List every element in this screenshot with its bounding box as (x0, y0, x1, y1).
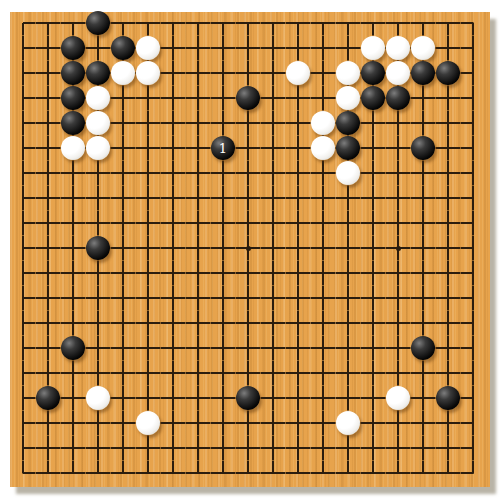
black-stone[interactable]: 1 (211, 136, 235, 160)
intersection[interactable] (11, 436, 36, 461)
intersection[interactable] (436, 286, 461, 311)
intersection[interactable] (236, 336, 261, 361)
intersection[interactable] (386, 211, 411, 236)
white-stone[interactable] (336, 411, 360, 435)
intersection[interactable] (261, 261, 286, 286)
intersection[interactable] (136, 111, 161, 136)
intersection[interactable] (11, 186, 36, 211)
intersection[interactable] (311, 11, 336, 36)
intersection[interactable] (436, 161, 461, 186)
intersection[interactable] (111, 286, 136, 311)
white-stone[interactable] (86, 136, 110, 160)
intersection[interactable] (136, 211, 161, 236)
white-stone[interactable] (336, 61, 360, 85)
white-stone[interactable] (411, 36, 435, 60)
intersection[interactable] (461, 186, 486, 211)
intersection[interactable] (136, 436, 161, 461)
intersection[interactable] (261, 186, 286, 211)
intersection[interactable] (411, 161, 436, 186)
intersection[interactable] (186, 186, 211, 211)
intersection[interactable] (336, 336, 361, 361)
intersection[interactable] (461, 461, 486, 486)
intersection[interactable] (111, 111, 136, 136)
white-stone[interactable] (336, 86, 360, 110)
intersection[interactable] (136, 261, 161, 286)
intersection[interactable] (36, 136, 61, 161)
black-stone[interactable] (336, 111, 360, 135)
intersection[interactable] (161, 261, 186, 286)
intersection[interactable] (11, 136, 36, 161)
intersection[interactable] (311, 386, 336, 411)
intersection[interactable] (386, 11, 411, 36)
intersection[interactable] (336, 461, 361, 486)
intersection[interactable] (386, 136, 411, 161)
intersection[interactable] (236, 436, 261, 461)
intersection[interactable] (336, 361, 361, 386)
intersection[interactable] (36, 286, 61, 311)
intersection[interactable] (286, 236, 311, 261)
white-stone[interactable] (386, 36, 410, 60)
intersection[interactable] (436, 386, 461, 411)
black-stone[interactable] (361, 61, 385, 85)
intersection[interactable] (361, 386, 386, 411)
intersection[interactable] (261, 161, 286, 186)
intersection[interactable] (461, 336, 486, 361)
intersection[interactable] (436, 411, 461, 436)
intersection[interactable] (86, 261, 111, 286)
black-stone[interactable] (36, 386, 60, 410)
intersection[interactable] (311, 111, 336, 136)
intersection[interactable] (461, 386, 486, 411)
intersection[interactable] (111, 436, 136, 461)
intersection[interactable] (61, 411, 86, 436)
intersection[interactable] (36, 461, 61, 486)
intersection[interactable] (111, 161, 136, 186)
intersection[interactable] (386, 386, 411, 411)
intersection[interactable] (436, 436, 461, 461)
intersection[interactable] (261, 361, 286, 386)
intersection[interactable] (436, 36, 461, 61)
intersection[interactable] (386, 436, 411, 461)
intersection[interactable] (11, 386, 36, 411)
intersection[interactable] (86, 311, 111, 336)
intersection[interactable] (211, 236, 236, 261)
intersection[interactable] (311, 36, 336, 61)
intersection[interactable] (236, 111, 261, 136)
intersection[interactable] (186, 236, 211, 261)
intersection[interactable] (211, 411, 236, 436)
intersection[interactable] (386, 261, 411, 286)
intersection[interactable] (386, 111, 411, 136)
intersection[interactable] (186, 136, 211, 161)
intersection[interactable] (436, 211, 461, 236)
intersection[interactable] (386, 311, 411, 336)
intersection[interactable] (186, 411, 211, 436)
intersection[interactable] (211, 161, 236, 186)
intersection[interactable] (386, 161, 411, 186)
intersection[interactable] (236, 361, 261, 386)
intersection[interactable] (336, 86, 361, 111)
intersection[interactable] (336, 61, 361, 86)
intersection[interactable] (186, 336, 211, 361)
intersection[interactable] (336, 211, 361, 236)
intersection[interactable] (86, 361, 111, 386)
intersection[interactable] (436, 236, 461, 261)
intersection[interactable] (136, 86, 161, 111)
intersection[interactable] (386, 336, 411, 361)
intersection[interactable] (186, 61, 211, 86)
intersection[interactable] (261, 86, 286, 111)
intersection[interactable] (61, 461, 86, 486)
intersection[interactable] (261, 286, 286, 311)
intersection[interactable] (61, 286, 86, 311)
intersection[interactable] (236, 386, 261, 411)
intersection[interactable] (186, 461, 211, 486)
intersection[interactable] (36, 386, 61, 411)
intersection[interactable] (36, 336, 61, 361)
intersection[interactable] (261, 236, 286, 261)
intersection[interactable] (311, 186, 336, 211)
intersection[interactable] (161, 336, 186, 361)
intersection[interactable] (286, 36, 311, 61)
intersection[interactable] (61, 11, 86, 36)
intersection[interactable] (86, 111, 111, 136)
intersection[interactable] (186, 386, 211, 411)
intersection[interactable] (161, 11, 186, 36)
intersection[interactable] (261, 136, 286, 161)
intersection[interactable] (286, 461, 311, 486)
intersection[interactable] (311, 361, 336, 386)
intersection[interactable] (111, 361, 136, 386)
intersection[interactable] (361, 336, 386, 361)
intersection[interactable] (411, 111, 436, 136)
intersection[interactable] (61, 86, 86, 111)
intersection[interactable] (436, 311, 461, 336)
white-stone[interactable] (336, 161, 360, 185)
intersection[interactable] (136, 286, 161, 311)
intersection[interactable] (211, 386, 236, 411)
intersection[interactable] (211, 336, 236, 361)
intersection[interactable] (361, 36, 386, 61)
intersection[interactable] (311, 411, 336, 436)
intersection[interactable] (86, 36, 111, 61)
intersection[interactable] (361, 211, 386, 236)
intersection[interactable] (36, 186, 61, 211)
intersection[interactable] (86, 86, 111, 111)
intersection[interactable] (411, 286, 436, 311)
intersection[interactable] (86, 286, 111, 311)
intersection[interactable] (86, 461, 111, 486)
intersection[interactable] (11, 86, 36, 111)
intersection[interactable] (311, 86, 336, 111)
white-stone[interactable] (61, 136, 85, 160)
intersection[interactable] (411, 136, 436, 161)
intersection[interactable] (461, 411, 486, 436)
intersection[interactable] (336, 11, 361, 36)
intersection[interactable] (436, 86, 461, 111)
intersection[interactable] (261, 36, 286, 61)
intersection[interactable] (436, 186, 461, 211)
intersection[interactable] (161, 211, 186, 236)
intersection[interactable] (186, 36, 211, 61)
intersection[interactable] (136, 161, 161, 186)
intersection[interactable] (411, 211, 436, 236)
intersection[interactable] (336, 311, 361, 336)
intersection[interactable] (11, 461, 36, 486)
intersection[interactable] (111, 36, 136, 61)
intersection[interactable] (36, 361, 61, 386)
intersection[interactable] (36, 311, 61, 336)
intersection[interactable] (211, 261, 236, 286)
intersection[interactable] (411, 36, 436, 61)
black-stone[interactable] (61, 86, 85, 110)
intersection[interactable] (461, 261, 486, 286)
intersection[interactable] (61, 111, 86, 136)
intersection[interactable] (336, 111, 361, 136)
black-stone[interactable] (61, 36, 85, 60)
intersection[interactable]: 1 (211, 136, 236, 161)
intersection[interactable] (61, 136, 86, 161)
intersection[interactable] (136, 186, 161, 211)
intersection[interactable] (211, 61, 236, 86)
intersection[interactable] (361, 136, 386, 161)
intersection[interactable] (36, 236, 61, 261)
intersection[interactable] (286, 311, 311, 336)
intersection[interactable] (361, 86, 386, 111)
intersection[interactable] (111, 261, 136, 286)
white-stone[interactable] (311, 136, 335, 160)
intersection[interactable] (111, 461, 136, 486)
intersection[interactable] (236, 261, 261, 286)
intersection[interactable] (386, 86, 411, 111)
intersection[interactable] (86, 211, 111, 236)
intersection[interactable] (211, 36, 236, 61)
intersection[interactable] (386, 461, 411, 486)
intersection[interactable] (161, 436, 186, 461)
black-stone[interactable] (336, 136, 360, 160)
intersection[interactable] (11, 311, 36, 336)
intersection[interactable] (61, 311, 86, 336)
intersection[interactable] (286, 11, 311, 36)
intersection[interactable] (411, 336, 436, 361)
intersection[interactable] (236, 161, 261, 186)
intersection[interactable] (461, 361, 486, 386)
intersection[interactable] (86, 411, 111, 436)
intersection[interactable] (311, 236, 336, 261)
intersection[interactable] (236, 411, 261, 436)
intersection[interactable] (461, 111, 486, 136)
intersection[interactable] (11, 336, 36, 361)
intersection[interactable] (261, 411, 286, 436)
intersection[interactable] (411, 236, 436, 261)
black-stone[interactable] (61, 336, 85, 360)
intersection[interactable] (86, 161, 111, 186)
intersection[interactable] (36, 411, 61, 436)
intersection[interactable] (261, 211, 286, 236)
intersection[interactable] (311, 461, 336, 486)
intersection[interactable] (261, 336, 286, 361)
intersection[interactable] (86, 136, 111, 161)
intersection[interactable] (261, 436, 286, 461)
intersection[interactable] (136, 411, 161, 436)
intersection[interactable] (11, 111, 36, 136)
intersection[interactable] (61, 361, 86, 386)
intersection[interactable] (336, 161, 361, 186)
white-stone[interactable] (86, 86, 110, 110)
intersection[interactable] (386, 61, 411, 86)
intersection[interactable] (161, 311, 186, 336)
intersection[interactable] (161, 111, 186, 136)
black-stone[interactable] (236, 386, 260, 410)
intersection[interactable] (61, 386, 86, 411)
intersection[interactable] (211, 361, 236, 386)
intersection[interactable] (211, 86, 236, 111)
intersection[interactable] (461, 61, 486, 86)
intersection[interactable] (461, 11, 486, 36)
intersection[interactable] (111, 136, 136, 161)
intersection[interactable] (111, 411, 136, 436)
intersection[interactable] (36, 86, 61, 111)
black-stone[interactable] (386, 86, 410, 110)
intersection[interactable] (461, 161, 486, 186)
intersection[interactable] (211, 461, 236, 486)
intersection[interactable] (311, 261, 336, 286)
intersection[interactable] (361, 61, 386, 86)
intersection[interactable] (186, 211, 211, 236)
intersection[interactable] (36, 61, 61, 86)
black-stone[interactable] (86, 236, 110, 260)
intersection[interactable] (61, 186, 86, 211)
intersection[interactable] (311, 61, 336, 86)
intersection[interactable] (11, 236, 36, 261)
intersection[interactable] (286, 211, 311, 236)
white-stone[interactable] (361, 36, 385, 60)
intersection[interactable] (186, 111, 211, 136)
intersection[interactable] (261, 11, 286, 36)
intersection[interactable] (361, 436, 386, 461)
black-stone[interactable] (411, 61, 435, 85)
intersection[interactable] (186, 361, 211, 386)
intersection[interactable] (461, 86, 486, 111)
intersection[interactable] (161, 411, 186, 436)
intersection[interactable] (111, 236, 136, 261)
intersection[interactable] (186, 11, 211, 36)
intersection[interactable] (236, 286, 261, 311)
intersection[interactable] (61, 161, 86, 186)
intersection[interactable] (86, 236, 111, 261)
black-stone[interactable] (86, 11, 110, 35)
intersection[interactable] (136, 36, 161, 61)
intersection[interactable] (136, 386, 161, 411)
intersection[interactable] (436, 111, 461, 136)
intersection[interactable] (136, 461, 161, 486)
intersection[interactable] (311, 311, 336, 336)
intersection[interactable] (411, 411, 436, 436)
intersection[interactable] (436, 11, 461, 36)
intersection[interactable] (386, 236, 411, 261)
intersection[interactable] (386, 36, 411, 61)
intersection[interactable] (286, 186, 311, 211)
intersection[interactable] (211, 111, 236, 136)
intersection[interactable] (336, 36, 361, 61)
intersection[interactable] (286, 336, 311, 361)
intersection[interactable] (161, 61, 186, 86)
intersection[interactable] (436, 261, 461, 286)
intersection[interactable] (61, 236, 86, 261)
intersection[interactable] (461, 236, 486, 261)
intersection[interactable] (61, 261, 86, 286)
intersection[interactable] (236, 236, 261, 261)
intersection[interactable] (311, 136, 336, 161)
intersection[interactable] (11, 286, 36, 311)
intersection[interactable] (336, 236, 361, 261)
white-stone[interactable] (111, 61, 135, 85)
intersection[interactable] (436, 461, 461, 486)
white-stone[interactable] (286, 61, 310, 85)
intersection[interactable] (386, 411, 411, 436)
intersection[interactable] (361, 236, 386, 261)
intersection[interactable] (211, 211, 236, 236)
white-stone[interactable] (86, 111, 110, 135)
intersection[interactable] (211, 436, 236, 461)
intersection[interactable] (61, 61, 86, 86)
intersection[interactable] (161, 186, 186, 211)
intersection[interactable] (111, 211, 136, 236)
white-stone[interactable] (311, 111, 335, 135)
intersection[interactable] (261, 461, 286, 486)
intersection[interactable] (61, 36, 86, 61)
intersection[interactable] (11, 11, 36, 36)
intersection[interactable] (336, 286, 361, 311)
intersection[interactable] (361, 461, 386, 486)
intersection[interactable] (361, 11, 386, 36)
intersection[interactable] (436, 136, 461, 161)
white-stone[interactable] (386, 386, 410, 410)
intersection[interactable] (236, 61, 261, 86)
intersection[interactable] (361, 161, 386, 186)
intersection[interactable] (411, 61, 436, 86)
intersection[interactable] (36, 211, 61, 236)
intersection[interactable] (386, 361, 411, 386)
intersection[interactable] (311, 161, 336, 186)
intersection[interactable] (136, 361, 161, 386)
intersection[interactable] (361, 361, 386, 386)
intersection[interactable] (286, 61, 311, 86)
black-stone[interactable] (236, 86, 260, 110)
black-stone[interactable] (411, 136, 435, 160)
intersection[interactable] (336, 411, 361, 436)
intersection[interactable] (361, 286, 386, 311)
intersection[interactable] (136, 311, 161, 336)
black-stone[interactable] (111, 36, 135, 60)
intersection[interactable] (86, 11, 111, 36)
intersection[interactable] (461, 211, 486, 236)
intersection[interactable] (411, 361, 436, 386)
intersection[interactable] (286, 111, 311, 136)
intersection[interactable] (436, 61, 461, 86)
intersection[interactable] (236, 136, 261, 161)
intersection[interactable] (236, 461, 261, 486)
intersection[interactable] (86, 386, 111, 411)
white-stone[interactable] (136, 411, 160, 435)
board-grid[interactable]: 1 (11, 11, 486, 486)
intersection[interactable] (236, 311, 261, 336)
intersection[interactable] (136, 11, 161, 36)
white-stone[interactable] (86, 386, 110, 410)
intersection[interactable] (461, 36, 486, 61)
intersection[interactable] (211, 286, 236, 311)
intersection[interactable] (361, 111, 386, 136)
